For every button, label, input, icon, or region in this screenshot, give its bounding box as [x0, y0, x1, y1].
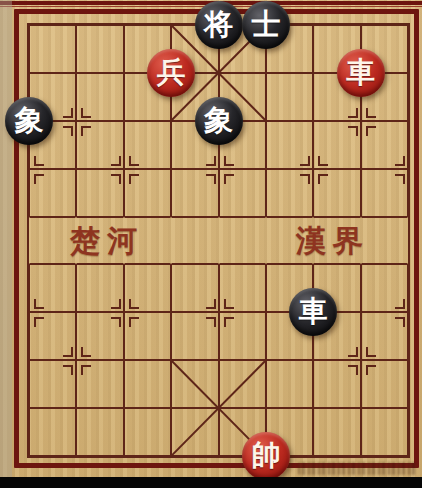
grid-cell — [219, 360, 266, 408]
point-marker — [129, 317, 139, 327]
grid-cell — [124, 408, 171, 456]
left-margin-shade — [0, 0, 12, 488]
point-marker — [81, 126, 91, 136]
piece-red-soldier[interactable]: 兵 — [147, 49, 195, 97]
watermark-smudge — [298, 462, 416, 475]
grid-cell — [171, 217, 218, 265]
point-marker — [111, 174, 121, 184]
point-marker — [129, 174, 139, 184]
point-marker — [224, 156, 234, 166]
point-marker — [81, 108, 91, 118]
point-marker — [395, 174, 405, 184]
point-marker — [34, 299, 44, 309]
point-marker — [300, 174, 310, 184]
point-marker — [206, 317, 216, 327]
point-marker — [224, 299, 234, 309]
river-label-left: 楚河 — [57, 223, 157, 259]
grid-cell — [171, 360, 218, 408]
point-marker — [224, 174, 234, 184]
point-marker — [348, 347, 358, 357]
point-marker — [81, 365, 91, 375]
point-marker — [81, 347, 91, 357]
point-marker — [34, 317, 44, 327]
grid-cell — [266, 360, 313, 408]
point-marker — [63, 126, 73, 136]
point-marker — [366, 365, 376, 375]
point-marker — [111, 299, 121, 309]
grid-cell — [313, 408, 360, 456]
point-marker — [300, 156, 310, 166]
point-marker — [395, 317, 405, 327]
piece-black-general[interactable]: 将 — [195, 1, 243, 49]
grid-cell — [76, 408, 123, 456]
piece-black-advisor[interactable]: 士 — [242, 1, 290, 49]
point-marker — [318, 156, 328, 166]
point-marker — [111, 317, 121, 327]
point-marker — [366, 108, 376, 118]
point-marker — [129, 156, 139, 166]
piece-red-chariot[interactable]: 車 — [337, 49, 385, 97]
point-marker — [63, 108, 73, 118]
piece-black-elephant[interactable]: 象 — [5, 97, 53, 145]
point-marker — [348, 126, 358, 136]
piece-black-elephant[interactable]: 象 — [195, 97, 243, 145]
grid-cell — [124, 360, 171, 408]
grid-cell — [29, 408, 76, 456]
point-marker — [206, 299, 216, 309]
point-marker — [366, 126, 376, 136]
point-marker — [318, 174, 328, 184]
point-marker — [129, 299, 139, 309]
point-marker — [395, 156, 405, 166]
point-marker — [34, 174, 44, 184]
grid-cell — [361, 408, 408, 456]
bottom-black-bar — [0, 477, 422, 488]
grid-cell — [29, 25, 76, 73]
point-marker — [366, 347, 376, 357]
point-marker — [348, 108, 358, 118]
point-marker — [34, 156, 44, 166]
grid-cell — [266, 73, 313, 121]
point-marker — [395, 299, 405, 309]
grid-cell — [171, 408, 218, 456]
river-label-right: 漢界 — [283, 223, 383, 259]
grid-cell — [219, 217, 266, 265]
xiangqi-app: 楚河 漢界 将士兵車象象車帥 — [0, 0, 422, 488]
grid-cell — [76, 25, 123, 73]
point-marker — [63, 365, 73, 375]
point-marker — [206, 174, 216, 184]
piece-red-general[interactable]: 帥 — [242, 432, 290, 480]
point-marker — [348, 365, 358, 375]
point-marker — [111, 156, 121, 166]
point-marker — [63, 347, 73, 357]
point-marker — [206, 156, 216, 166]
point-marker — [224, 317, 234, 327]
